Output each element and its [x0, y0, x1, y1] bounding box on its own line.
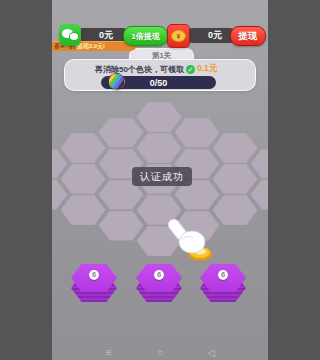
tray-1-count-badge: 6: [89, 270, 99, 280]
nav-home-button[interactable]: ○: [153, 346, 167, 360]
hex-cell-surface: [252, 181, 269, 209]
game-screen: 0元 1倍提现 ¥ 0元 提现 喜A**的 提现3.9元! 第1关 再消除50个…: [52, 0, 268, 360]
check-icon: ✓: [186, 65, 195, 74]
hex-cell-surface: [214, 134, 257, 162]
mission-prefix: 再消除50个色块，可领取: [95, 64, 184, 75]
hand-cursor-icon: [164, 217, 216, 261]
mission-reward: 0.1元: [197, 63, 217, 75]
hex-cell-surface: [62, 165, 105, 193]
hex-cell-surface: [214, 196, 257, 224]
mission-card: 再消除50个色块，可领取 ✓ 0.1元 0/50: [64, 59, 256, 91]
hex-cell-surface: [100, 119, 143, 147]
wechat-bubble-small-icon: [70, 33, 78, 40]
cash-balance-value: 0元: [208, 29, 222, 42]
hex-cell-surface: [214, 165, 257, 193]
toast-message: 认证成功: [132, 167, 192, 186]
hex-cell-c5-r1[interactable]: [213, 164, 258, 194]
nav-back-button[interactable]: ◁: [204, 346, 218, 360]
hex-cell-surface: [252, 150, 269, 178]
progress-text: 0/50: [150, 78, 168, 88]
hex-cell-c4-r0[interactable]: [175, 118, 220, 148]
hex-cell-c2-r3[interactable]: [99, 211, 144, 241]
coin-icon: ¥: [171, 30, 186, 42]
wechat-icon: [59, 24, 81, 46]
hex-cell-c3-r1[interactable]: [137, 133, 182, 163]
tray-1[interactable]: 6: [71, 264, 117, 302]
tray-2-count-badge: 6: [154, 270, 164, 280]
hex-cell-surface: [176, 119, 219, 147]
hex-cell-c5-r0[interactable]: [213, 133, 258, 163]
multiplier-withdraw-button[interactable]: 1倍提现: [123, 26, 168, 46]
marquee-highlight: 提现3.9元!: [77, 43, 105, 49]
hex-cell-surface: [52, 150, 67, 178]
hex-cell-c1-r2[interactable]: [61, 195, 106, 225]
hex-cell-surface: [138, 134, 181, 162]
hex-cell-surface: [52, 181, 67, 209]
red-envelope-icon: ¥: [167, 24, 190, 48]
hex-cell-c5-r2[interactable]: [213, 195, 258, 225]
hex-cell-c2-r0[interactable]: [99, 118, 144, 148]
hex-cell-c3-r0[interactable]: [137, 102, 182, 132]
tray-2[interactable]: 6: [136, 264, 182, 302]
hex-cell-c1-r1[interactable]: [61, 164, 106, 194]
rainbow-ball-icon: [108, 73, 125, 90]
hex-cell-surface: [62, 196, 105, 224]
hex-cell-surface: [138, 103, 181, 131]
tray-3[interactable]: 6: [200, 264, 246, 302]
tray-3-count-badge: 6: [218, 270, 228, 280]
hex-cell-c1-r0[interactable]: [61, 133, 106, 163]
nav-recent-button[interactable]: ≡: [102, 346, 116, 360]
hex-cell-surface: [62, 134, 105, 162]
hex-cell-surface: [100, 212, 143, 240]
withdraw-button[interactable]: 提现: [230, 26, 266, 46]
